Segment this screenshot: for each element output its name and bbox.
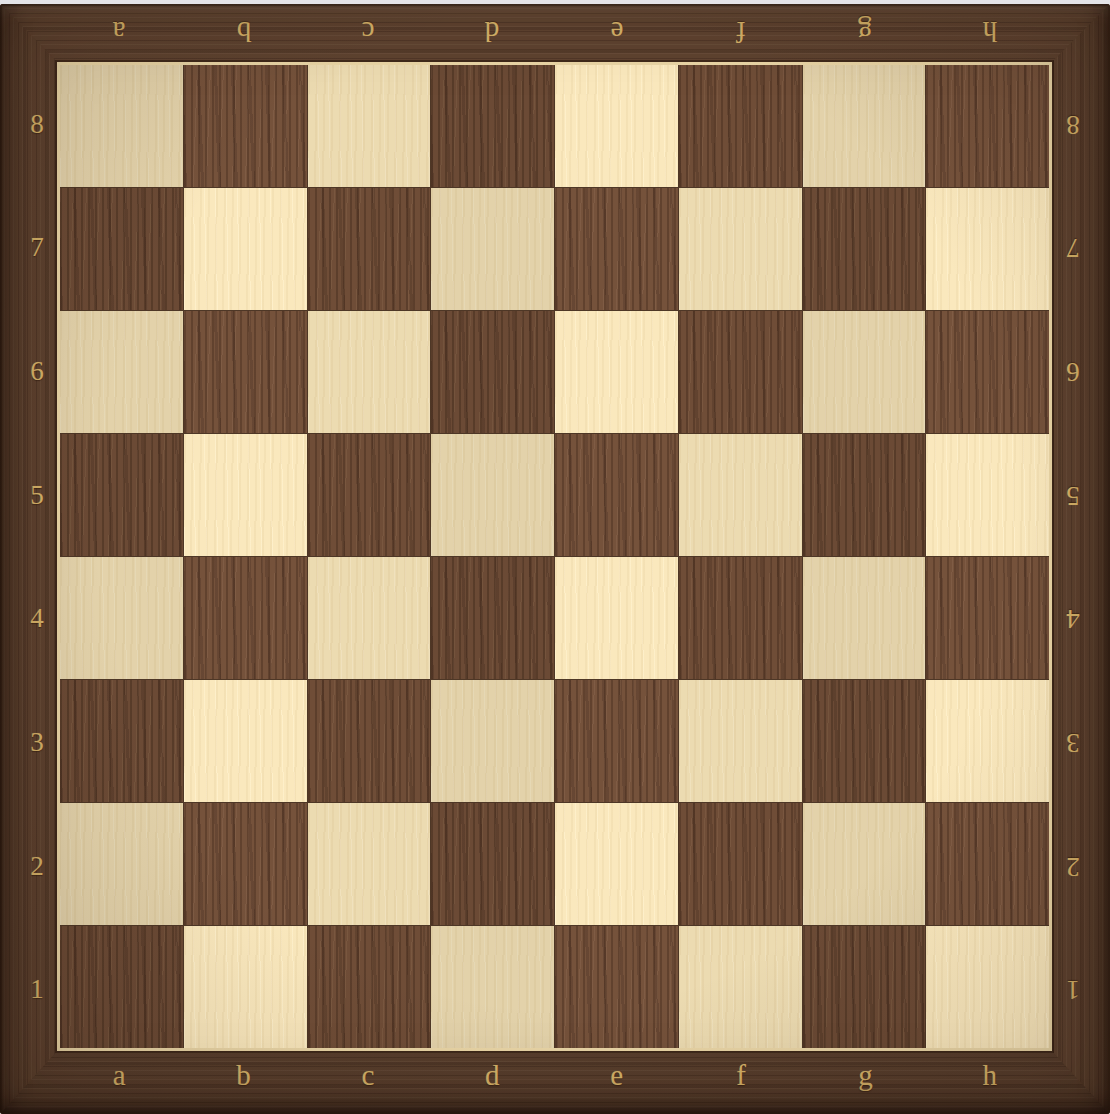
- square-c4[interactable]: [308, 557, 431, 679]
- square-g8[interactable]: [803, 65, 926, 187]
- rank-label-right-4: 4: [1066, 605, 1080, 632]
- file-label-top-c: c: [362, 17, 375, 46]
- square-g1[interactable]: [803, 926, 926, 1048]
- square-d2[interactable]: [431, 803, 554, 925]
- square-a3[interactable]: [60, 680, 183, 802]
- square-h5[interactable]: [926, 434, 1049, 556]
- file-label-top-d: d: [485, 17, 500, 46]
- square-f6[interactable]: [679, 311, 802, 433]
- square-g4[interactable]: [803, 557, 926, 679]
- square-e3[interactable]: [555, 680, 678, 802]
- playing-area: [57, 62, 1052, 1051]
- square-f2[interactable]: [679, 803, 802, 925]
- square-h3[interactable]: [926, 680, 1049, 802]
- file-label-bottom-e: e: [610, 1061, 623, 1090]
- file-label-bottom-a: a: [113, 1061, 126, 1090]
- square-a4[interactable]: [60, 557, 183, 679]
- square-g5[interactable]: [803, 434, 926, 556]
- square-d3[interactable]: [431, 680, 554, 802]
- square-e4[interactable]: [555, 557, 678, 679]
- square-b7[interactable]: [184, 188, 307, 310]
- square-g7[interactable]: [803, 188, 926, 310]
- file-label-bottom-f: f: [736, 1061, 746, 1090]
- square-b1[interactable]: [184, 926, 307, 1048]
- rank-label-right-6: 6: [1066, 358, 1080, 385]
- rank-label-right-3: 3: [1066, 728, 1080, 755]
- square-e1[interactable]: [555, 926, 678, 1048]
- square-a7[interactable]: [60, 188, 183, 310]
- square-b8[interactable]: [184, 65, 307, 187]
- square-f4[interactable]: [679, 557, 802, 679]
- rank-label-left-2: 2: [30, 852, 44, 879]
- file-label-bottom-h: h: [983, 1061, 998, 1090]
- square-e5[interactable]: [555, 434, 678, 556]
- square-h8[interactable]: [926, 65, 1049, 187]
- square-d1[interactable]: [431, 926, 554, 1048]
- square-d6[interactable]: [431, 311, 554, 433]
- square-a1[interactable]: [60, 926, 183, 1048]
- rank-label-left-1: 1: [30, 976, 44, 1003]
- square-c5[interactable]: [308, 434, 431, 556]
- square-g3[interactable]: [803, 680, 926, 802]
- rank-label-right-2: 2: [1066, 852, 1080, 879]
- square-c1[interactable]: [308, 926, 431, 1048]
- chess-board: abcdefghabcdefgh8765432187654321: [0, 4, 1110, 1114]
- square-c2[interactable]: [308, 803, 431, 925]
- square-f8[interactable]: [679, 65, 802, 187]
- file-label-top-g: g: [858, 17, 873, 46]
- rank-label-left-6: 6: [30, 358, 44, 385]
- square-a2[interactable]: [60, 803, 183, 925]
- square-b4[interactable]: [184, 557, 307, 679]
- square-d7[interactable]: [431, 188, 554, 310]
- square-e6[interactable]: [555, 311, 678, 433]
- rank-label-right-1: 1: [1066, 976, 1080, 1003]
- square-h2[interactable]: [926, 803, 1049, 925]
- square-a8[interactable]: [60, 65, 183, 187]
- square-c8[interactable]: [308, 65, 431, 187]
- square-b5[interactable]: [184, 434, 307, 556]
- rank-label-left-7: 7: [30, 234, 44, 261]
- square-d5[interactable]: [431, 434, 554, 556]
- file-label-top-a: a: [113, 17, 126, 46]
- rank-label-left-4: 4: [30, 605, 44, 632]
- square-h6[interactable]: [926, 311, 1049, 433]
- square-b6[interactable]: [184, 311, 307, 433]
- square-h1[interactable]: [926, 926, 1049, 1048]
- square-f1[interactable]: [679, 926, 802, 1048]
- rank-label-right-5: 5: [1066, 481, 1080, 508]
- square-e7[interactable]: [555, 188, 678, 310]
- file-label-bottom-b: b: [236, 1061, 251, 1090]
- board-grid: [60, 65, 1049, 1048]
- square-c7[interactable]: [308, 188, 431, 310]
- rank-label-left-3: 3: [30, 728, 44, 755]
- rank-label-right-8: 8: [1066, 110, 1080, 137]
- square-f7[interactable]: [679, 188, 802, 310]
- rank-label-left-8: 8: [30, 110, 44, 137]
- square-h4[interactable]: [926, 557, 1049, 679]
- square-h7[interactable]: [926, 188, 1049, 310]
- square-a6[interactable]: [60, 311, 183, 433]
- square-e8[interactable]: [555, 65, 678, 187]
- file-label-top-h: h: [983, 17, 998, 46]
- square-f3[interactable]: [679, 680, 802, 802]
- file-label-bottom-g: g: [858, 1061, 873, 1090]
- square-c3[interactable]: [308, 680, 431, 802]
- square-d8[interactable]: [431, 65, 554, 187]
- file-label-top-e: e: [610, 17, 623, 46]
- rank-label-right-7: 7: [1066, 234, 1080, 261]
- rank-label-left-5: 5: [30, 481, 44, 508]
- square-e2[interactable]: [555, 803, 678, 925]
- square-g6[interactable]: [803, 311, 926, 433]
- square-c6[interactable]: [308, 311, 431, 433]
- square-b2[interactable]: [184, 803, 307, 925]
- square-f5[interactable]: [679, 434, 802, 556]
- square-b3[interactable]: [184, 680, 307, 802]
- file-label-top-b: b: [236, 17, 251, 46]
- square-a5[interactable]: [60, 434, 183, 556]
- file-label-bottom-d: d: [485, 1061, 500, 1090]
- square-d4[interactable]: [431, 557, 554, 679]
- square-g2[interactable]: [803, 803, 926, 925]
- file-label-top-f: f: [736, 17, 746, 46]
- file-label-bottom-c: c: [362, 1061, 375, 1090]
